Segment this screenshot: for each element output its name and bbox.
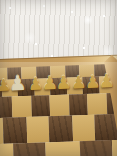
square-e5[interactable] [49, 115, 73, 142]
piece-pawn-e7[interactable]: ♟ [55, 73, 72, 92]
square-c5[interactable] [3, 117, 27, 144]
square-e6[interactable] [49, 95, 69, 117]
square-f4[interactable] [79, 140, 113, 156]
square-e4[interactable] [45, 141, 79, 156]
chess-photo: ♟♟♟♟♟♟♟♟ [0, 0, 117, 156]
piece-pawn-h7[interactable]: ♟ [98, 72, 115, 91]
square-f5[interactable] [71, 115, 95, 142]
piece-pawn-b7[interactable]: ♟ [8, 73, 27, 94]
chess-board: ♟♟♟♟♟♟♟♟ [0, 0, 117, 156]
square-g5[interactable] [94, 114, 117, 141]
square-g4[interactable] [112, 139, 117, 156]
square-b6[interactable] [0, 97, 12, 119]
square-g6[interactable] [87, 93, 107, 115]
square-d6[interactable] [31, 95, 51, 117]
square-d5[interactable] [26, 116, 50, 143]
square-d4[interactable] [12, 142, 46, 156]
square-f6[interactable] [68, 94, 88, 116]
square-c6[interactable] [12, 96, 32, 118]
